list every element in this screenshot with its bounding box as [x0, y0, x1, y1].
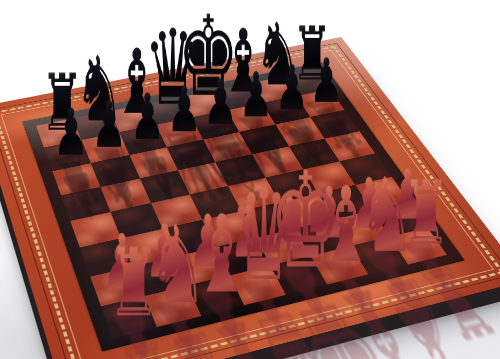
piece-red-rook-a1[interactable]: ♜: [108, 235, 160, 329]
scene: ♜♜♞♞♝♝♛♛♚♚♝♝♞♞♜♜♟♟♟♟♟♟♟♟♟♟♟♟♟♟♟♟♟♟♟♟♟♟♟♟…: [0, 0, 500, 359]
product-photo-stage: ♜♜♞♞♝♝♛♛♚♚♝♝♞♞♜♜♟♟♟♟♟♟♟♟♟♟♟♟♟♟♟♟♟♟♟♟♟♟♟♟…: [0, 0, 500, 359]
square-a1[interactable]: ♜♜: [101, 295, 157, 337]
chess-board: ♜♜♞♞♝♝♛♛♚♚♝♝♞♞♜♜♟♟♟♟♟♟♟♟♟♟♟♟♟♟♟♟♟♟♟♟♟♟♟♟…: [0, 36, 500, 359]
